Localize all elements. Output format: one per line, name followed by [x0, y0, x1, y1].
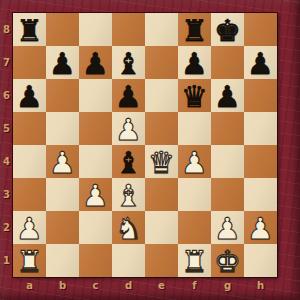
file-label-b: b [46, 277, 79, 300]
square-h7[interactable]: ♟ [244, 46, 277, 79]
file-label-c: c [79, 277, 112, 300]
square-a8[interactable]: ♜ [13, 13, 46, 46]
square-e6[interactable] [145, 79, 178, 112]
square-a3[interactable] [13, 178, 46, 211]
square-f4[interactable]: ♟ [178, 145, 211, 178]
square-c4[interactable] [79, 145, 112, 178]
rank-labels: 87654321 [0, 13, 13, 277]
square-b2[interactable] [46, 211, 79, 244]
square-d4[interactable]: ♝ [112, 145, 145, 178]
file-label-h: h [244, 277, 277, 300]
square-h6[interactable] [244, 79, 277, 112]
square-b1[interactable] [46, 244, 79, 277]
square-g4[interactable] [211, 145, 244, 178]
file-label-e: e [145, 277, 178, 300]
square-c3[interactable]: ♟ [79, 178, 112, 211]
white-pawn-piece[interactable]: ♟ [244, 211, 277, 244]
square-e7[interactable] [145, 46, 178, 79]
square-e8[interactable] [145, 13, 178, 46]
file-label-f: f [178, 277, 211, 300]
square-b8[interactable] [46, 13, 79, 46]
white-pawn-piece[interactable]: ♟ [178, 145, 211, 178]
square-c7[interactable]: ♟ [79, 46, 112, 79]
white-rook-piece[interactable]: ♜ [178, 244, 211, 277]
white-rook-piece[interactable]: ♜ [13, 244, 46, 277]
black-rook-piece[interactable]: ♜ [13, 13, 46, 46]
square-f1[interactable]: ♜ [178, 244, 211, 277]
white-queen-piece[interactable]: ♛ [145, 145, 178, 178]
black-pawn-piece[interactable]: ♟ [46, 46, 79, 79]
square-e4[interactable]: ♛ [145, 145, 178, 178]
square-d6[interactable]: ♟ [112, 79, 145, 112]
square-h4[interactable] [244, 145, 277, 178]
rank-label-1: 1 [0, 244, 13, 277]
square-g3[interactable] [211, 178, 244, 211]
square-g8[interactable]: ♚ [211, 13, 244, 46]
square-h5[interactable] [244, 112, 277, 145]
square-b5[interactable] [46, 112, 79, 145]
square-e2[interactable] [145, 211, 178, 244]
square-c1[interactable] [79, 244, 112, 277]
square-a1[interactable]: ♜ [13, 244, 46, 277]
white-pawn-piece[interactable]: ♟ [13, 211, 46, 244]
square-e5[interactable] [145, 112, 178, 145]
square-c6[interactable] [79, 79, 112, 112]
square-a7[interactable] [13, 46, 46, 79]
square-d2[interactable]: ♞ [112, 211, 145, 244]
white-king-piece[interactable]: ♚ [211, 244, 244, 277]
file-label-g: g [211, 277, 244, 300]
square-g6[interactable]: ♟ [211, 79, 244, 112]
square-g7[interactable] [211, 46, 244, 79]
black-pawn-piece[interactable]: ♟ [244, 46, 277, 79]
square-g5[interactable] [211, 112, 244, 145]
square-f8[interactable]: ♜ [178, 13, 211, 46]
rank-label-4: 4 [0, 145, 13, 178]
black-pawn-piece[interactable]: ♟ [112, 79, 145, 112]
square-b4[interactable]: ♟ [46, 145, 79, 178]
square-b7[interactable]: ♟ [46, 46, 79, 79]
black-pawn-piece[interactable]: ♟ [178, 46, 211, 79]
square-a2[interactable]: ♟ [13, 211, 46, 244]
white-pawn-piece[interactable]: ♟ [46, 145, 79, 178]
square-c2[interactable] [79, 211, 112, 244]
square-e1[interactable] [145, 244, 178, 277]
square-f2[interactable] [178, 211, 211, 244]
square-f3[interactable] [178, 178, 211, 211]
rank-label-6: 6 [0, 79, 13, 112]
square-f5[interactable] [178, 112, 211, 145]
chess-board: ♜♜♚♟♟♝♟♟♟♟♛♟♟♟♝♛♟♟♝♟♞♟♟♜♜♚ [13, 13, 277, 277]
rank-label-5: 5 [0, 112, 13, 145]
square-h1[interactable] [244, 244, 277, 277]
black-rook-piece[interactable]: ♜ [178, 13, 211, 46]
chess-board-frame: 87654321 ♜♜♚♟♟♝♟♟♟♟♛♟♟♟♝♛♟♟♝♟♞♟♟♜♜♚ abcd… [0, 0, 300, 300]
square-d1[interactable] [112, 244, 145, 277]
square-d5[interactable]: ♟ [112, 112, 145, 145]
square-c5[interactable] [79, 112, 112, 145]
square-d7[interactable]: ♝ [112, 46, 145, 79]
square-f7[interactable]: ♟ [178, 46, 211, 79]
square-c8[interactable] [79, 13, 112, 46]
square-h8[interactable] [244, 13, 277, 46]
square-a5[interactable] [13, 112, 46, 145]
black-queen-piece[interactable]: ♛ [178, 79, 211, 112]
white-pawn-piece[interactable]: ♟ [112, 112, 145, 145]
square-f6[interactable]: ♛ [178, 79, 211, 112]
file-label-a: a [13, 277, 46, 300]
black-pawn-piece[interactable]: ♟ [211, 79, 244, 112]
square-e3[interactable] [145, 178, 178, 211]
black-bishop-piece[interactable]: ♝ [112, 46, 145, 79]
rank-label-3: 3 [0, 178, 13, 211]
square-h3[interactable] [244, 178, 277, 211]
white-knight-piece[interactable]: ♞ [112, 211, 145, 244]
black-bishop-piece[interactable]: ♝ [112, 145, 145, 178]
square-b6[interactable] [46, 79, 79, 112]
square-b3[interactable] [46, 178, 79, 211]
rank-label-8: 8 [0, 13, 13, 46]
square-g2[interactable]: ♟ [211, 211, 244, 244]
rank-label-7: 7 [0, 46, 13, 79]
square-d8[interactable] [112, 13, 145, 46]
file-labels: abcdefgh [13, 277, 277, 300]
square-d3[interactable]: ♝ [112, 178, 145, 211]
file-label-d: d [112, 277, 145, 300]
rank-label-2: 2 [0, 211, 13, 244]
square-g1[interactable]: ♚ [211, 244, 244, 277]
black-king-piece[interactable]: ♚ [211, 13, 244, 46]
black-pawn-piece[interactable]: ♟ [79, 46, 112, 79]
square-a6[interactable]: ♟ [13, 79, 46, 112]
square-h2[interactable]: ♟ [244, 211, 277, 244]
black-pawn-piece[interactable]: ♟ [13, 79, 46, 112]
square-a4[interactable] [13, 145, 46, 178]
white-pawn-piece[interactable]: ♟ [211, 211, 244, 244]
white-bishop-piece[interactable]: ♝ [112, 178, 145, 211]
white-pawn-piece[interactable]: ♟ [79, 178, 112, 211]
